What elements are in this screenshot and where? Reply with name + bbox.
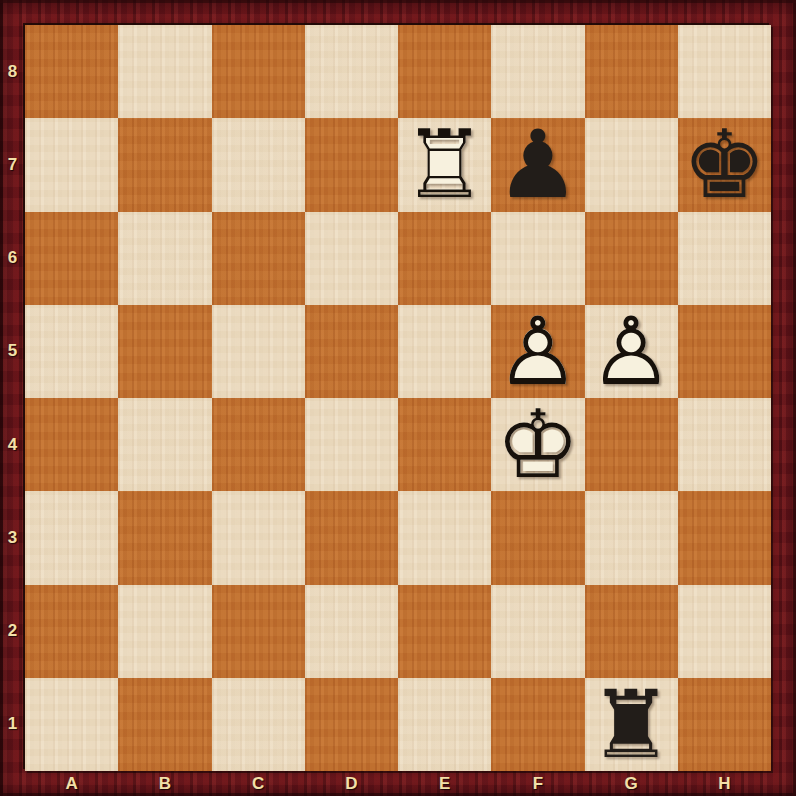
square-f1[interactable] (491, 678, 584, 771)
square-a1[interactable] (25, 678, 118, 771)
square-f2[interactable] (491, 585, 584, 678)
square-h3[interactable] (678, 491, 771, 584)
square-g8[interactable] (585, 25, 678, 118)
square-f8[interactable] (491, 25, 584, 118)
square-d3[interactable] (305, 491, 398, 584)
square-g7[interactable] (585, 118, 678, 211)
square-g1[interactable]: ♜ (585, 678, 678, 771)
square-a2[interactable] (25, 585, 118, 678)
rank-label-2: 2 (0, 585, 25, 678)
square-d2[interactable] (305, 585, 398, 678)
square-h4[interactable] (678, 398, 771, 491)
square-d8[interactable] (305, 25, 398, 118)
square-d7[interactable] (305, 118, 398, 211)
square-b6[interactable] (118, 212, 211, 305)
square-c4[interactable] (212, 398, 305, 491)
file-label-d: D (305, 771, 398, 796)
square-a7[interactable] (25, 118, 118, 211)
square-b1[interactable] (118, 678, 211, 771)
square-f3[interactable] (491, 491, 584, 584)
rank-label-7: 7 (0, 118, 25, 211)
square-h2[interactable] (678, 585, 771, 678)
square-h6[interactable] (678, 212, 771, 305)
square-d6[interactable] (305, 212, 398, 305)
square-b2[interactable] (118, 585, 211, 678)
square-e8[interactable] (398, 25, 491, 118)
black-rook-glyph: ♜ (589, 678, 673, 771)
board-frame: ♜♖♟♚♟♙♟♙♚♔♜ 87654321 ABCDEFGH (0, 0, 796, 796)
square-g6[interactable] (585, 212, 678, 305)
piece-white-pawn-g5[interactable]: ♟♙ (585, 305, 678, 398)
rank-label-4: 4 (0, 398, 25, 491)
piece-white-king-f4[interactable]: ♚♔ (491, 398, 584, 491)
square-d5[interactable] (305, 305, 398, 398)
rank-label-8: 8 (0, 25, 25, 118)
piece-white-rook-e7[interactable]: ♜♖ (398, 118, 491, 211)
file-label-g: G (585, 771, 678, 796)
square-g3[interactable] (585, 491, 678, 584)
black-king-glyph: ♚ (682, 118, 766, 211)
square-h5[interactable] (678, 305, 771, 398)
square-c3[interactable] (212, 491, 305, 584)
rank-label-5: 5 (0, 305, 25, 398)
file-label-f: F (491, 771, 584, 796)
white-pawn-glyph-outline: ♙ (496, 305, 580, 398)
file-label-c: C (212, 771, 305, 796)
square-g5[interactable]: ♟♙ (585, 305, 678, 398)
square-b3[interactable] (118, 491, 211, 584)
piece-black-king-h7[interactable]: ♚ (678, 118, 771, 211)
square-a3[interactable] (25, 491, 118, 584)
square-e5[interactable] (398, 305, 491, 398)
square-c8[interactable] (212, 25, 305, 118)
square-b8[interactable] (118, 25, 211, 118)
square-c5[interactable] (212, 305, 305, 398)
file-labels: ABCDEFGH (25, 771, 771, 796)
square-e1[interactable] (398, 678, 491, 771)
square-f5[interactable]: ♟♙ (491, 305, 584, 398)
rank-label-3: 3 (0, 491, 25, 584)
white-pawn-glyph-outline: ♙ (589, 305, 673, 398)
rank-label-1: 1 (0, 678, 25, 771)
square-h7[interactable]: ♚ (678, 118, 771, 211)
piece-white-pawn-f5[interactable]: ♟♙ (491, 305, 584, 398)
file-label-e: E (398, 771, 491, 796)
square-a6[interactable] (25, 212, 118, 305)
square-b5[interactable] (118, 305, 211, 398)
square-a8[interactable] (25, 25, 118, 118)
square-c1[interactable] (212, 678, 305, 771)
square-b4[interactable] (118, 398, 211, 491)
square-e6[interactable] (398, 212, 491, 305)
rank-labels: 87654321 (0, 25, 25, 771)
square-e4[interactable] (398, 398, 491, 491)
rank-label-6: 6 (0, 212, 25, 305)
square-e7[interactable]: ♜♖ (398, 118, 491, 211)
piece-black-pawn-f7[interactable]: ♟ (491, 118, 584, 211)
square-h1[interactable] (678, 678, 771, 771)
white-rook-glyph-outline: ♖ (402, 118, 486, 211)
black-pawn-glyph: ♟ (496, 118, 580, 211)
square-h8[interactable] (678, 25, 771, 118)
square-a5[interactable] (25, 305, 118, 398)
file-label-h: H (678, 771, 771, 796)
file-label-b: B (118, 771, 211, 796)
piece-black-rook-g1[interactable]: ♜ (585, 678, 678, 771)
white-king-glyph-outline: ♔ (496, 398, 580, 491)
square-g2[interactable] (585, 585, 678, 678)
square-e2[interactable] (398, 585, 491, 678)
square-c7[interactable] (212, 118, 305, 211)
square-c2[interactable] (212, 585, 305, 678)
square-f7[interactable]: ♟ (491, 118, 584, 211)
square-f6[interactable] (491, 212, 584, 305)
square-b7[interactable] (118, 118, 211, 211)
chess-board: ♜♖♟♚♟♙♟♙♚♔♜ (25, 25, 771, 771)
square-d4[interactable] (305, 398, 398, 491)
square-e3[interactable] (398, 491, 491, 584)
square-d1[interactable] (305, 678, 398, 771)
square-f4[interactable]: ♚♔ (491, 398, 584, 491)
file-label-a: A (25, 771, 118, 796)
square-g4[interactable] (585, 398, 678, 491)
square-c6[interactable] (212, 212, 305, 305)
square-a4[interactable] (25, 398, 118, 491)
